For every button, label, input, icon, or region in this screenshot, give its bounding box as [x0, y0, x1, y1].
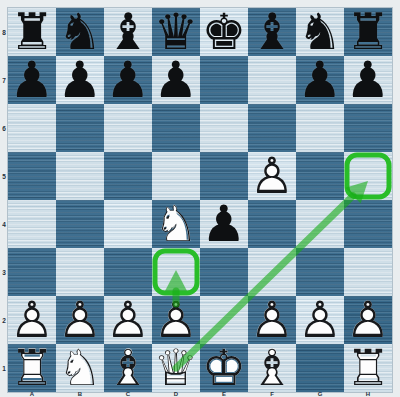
piece-white-pawn-a2[interactable]: ♟♙	[8, 296, 56, 344]
square-b5[interactable]	[56, 152, 104, 200]
piece-glyph: ♚	[200, 8, 248, 56]
rank-label-4: 4	[0, 200, 8, 248]
piece-black-pawn-c7[interactable]: ♟	[104, 56, 152, 104]
chess-board: ♜♞♝♛♚♝♞♜♟♟♟♟♟♟♟♟♙♞♘♟♙♟♙♟♙♟♙♟♙♟♙♟♙♜♖♞♘♝♗♛…	[8, 8, 392, 392]
square-b6[interactable]	[56, 104, 104, 152]
square-c6[interactable]	[104, 104, 152, 152]
square-e2[interactable]	[200, 296, 248, 344]
square-g4[interactable]	[296, 200, 344, 248]
square-e7[interactable]	[200, 56, 248, 104]
piece-white-knight-d4[interactable]: ♞♘	[152, 200, 200, 248]
piece-black-pawn-a7[interactable]: ♟	[8, 56, 56, 104]
square-a3[interactable]	[8, 248, 56, 296]
square-c3[interactable]	[104, 248, 152, 296]
piece-white-pawn-g2[interactable]: ♟♙	[296, 296, 344, 344]
piece-glyph: ♖	[8, 344, 56, 392]
piece-white-fill: ♟	[8, 296, 56, 344]
piece-glyph: ♟	[200, 200, 248, 248]
piece-white-pawn-f5[interactable]: ♟♙	[248, 152, 296, 200]
piece-glyph: ♙	[152, 296, 200, 344]
file-label-d: D	[152, 391, 200, 397]
piece-white-fill: ♟	[104, 296, 152, 344]
file-label-a: A	[8, 391, 56, 397]
piece-glyph: ♙	[104, 296, 152, 344]
square-g1[interactable]	[296, 344, 344, 392]
piece-black-king-e8[interactable]: ♚	[200, 8, 248, 56]
piece-black-rook-h8[interactable]: ♜	[344, 8, 392, 56]
piece-glyph: ♝	[248, 8, 296, 56]
square-e3[interactable]	[200, 248, 248, 296]
piece-glyph: ♙	[248, 296, 296, 344]
piece-black-knight-g8[interactable]: ♞	[296, 8, 344, 56]
square-b3[interactable]	[56, 248, 104, 296]
piece-white-pawn-f2[interactable]: ♟♙	[248, 296, 296, 344]
piece-white-fill: ♟	[344, 296, 392, 344]
piece-white-fill: ♝	[248, 344, 296, 392]
piece-white-fill: ♟	[152, 296, 200, 344]
square-b4[interactable]	[56, 200, 104, 248]
piece-glyph: ♝	[104, 8, 152, 56]
square-c5[interactable]	[104, 152, 152, 200]
piece-white-bishop-f1[interactable]: ♝♗	[248, 344, 296, 392]
piece-white-fill: ♚	[200, 344, 248, 392]
piece-white-fill: ♟	[248, 152, 296, 200]
piece-white-fill: ♛	[152, 344, 200, 392]
square-a5[interactable]	[8, 152, 56, 200]
piece-glyph: ♛	[152, 8, 200, 56]
piece-glyph: ♘	[152, 200, 200, 248]
piece-white-fill: ♟	[296, 296, 344, 344]
piece-glyph: ♙	[56, 296, 104, 344]
square-h5[interactable]	[344, 152, 392, 200]
piece-white-king-e1[interactable]: ♚♔	[200, 344, 248, 392]
piece-black-pawn-b7[interactable]: ♟	[56, 56, 104, 104]
piece-black-pawn-d7[interactable]: ♟	[152, 56, 200, 104]
piece-black-pawn-g7[interactable]: ♟	[296, 56, 344, 104]
chess-board-screenshot: ♜♞♝♛♚♝♞♜♟♟♟♟♟♟♟♟♙♞♘♟♙♟♙♟♙♟♙♟♙♟♙♟♙♜♖♞♘♝♗♛…	[0, 0, 400, 397]
rank-label-3: 3	[0, 248, 8, 296]
square-e6[interactable]	[200, 104, 248, 152]
file-label-b: B	[56, 391, 104, 397]
piece-glyph: ♟	[8, 56, 56, 104]
square-f6[interactable]	[248, 104, 296, 152]
piece-white-fill: ♜	[344, 344, 392, 392]
piece-black-rook-a8[interactable]: ♜	[8, 8, 56, 56]
square-d5[interactable]	[152, 152, 200, 200]
piece-white-pawn-b2[interactable]: ♟♙	[56, 296, 104, 344]
piece-glyph: ♙	[8, 296, 56, 344]
piece-glyph: ♘	[56, 344, 104, 392]
square-g3[interactable]	[296, 248, 344, 296]
piece-glyph: ♕	[152, 344, 200, 392]
square-d3[interactable]	[152, 248, 200, 296]
piece-white-fill: ♝	[104, 344, 152, 392]
rank-label-8: 8	[0, 8, 8, 56]
piece-white-fill: ♞	[152, 200, 200, 248]
square-g6[interactable]	[296, 104, 344, 152]
piece-glyph: ♙	[296, 296, 344, 344]
piece-glyph: ♔	[200, 344, 248, 392]
rank-label-7: 7	[0, 56, 8, 104]
file-label-e: E	[200, 391, 248, 397]
piece-glyph: ♙	[248, 152, 296, 200]
piece-white-knight-b1[interactable]: ♞♘	[56, 344, 104, 392]
piece-white-fill: ♟	[248, 296, 296, 344]
piece-glyph: ♟	[296, 56, 344, 104]
square-f3[interactable]	[248, 248, 296, 296]
piece-white-bishop-c1[interactable]: ♝♗	[104, 344, 152, 392]
square-d6[interactable]	[152, 104, 200, 152]
piece-glyph: ♞	[56, 8, 104, 56]
piece-black-pawn-e4[interactable]: ♟	[200, 200, 248, 248]
square-e5[interactable]	[200, 152, 248, 200]
rank-label-5: 5	[0, 152, 8, 200]
rank-label-6: 6	[0, 104, 8, 152]
piece-black-knight-b8[interactable]: ♞	[56, 8, 104, 56]
square-f4[interactable]	[248, 200, 296, 248]
piece-white-rook-a1[interactable]: ♜♖	[8, 344, 56, 392]
piece-black-bishop-c8[interactable]: ♝	[104, 8, 152, 56]
piece-black-pawn-h7[interactable]: ♟	[344, 56, 392, 104]
piece-white-queen-d1[interactable]: ♛♕	[152, 344, 200, 392]
piece-glyph: ♜	[8, 8, 56, 56]
file-label-h: H	[344, 391, 392, 397]
piece-glyph: ♗	[248, 344, 296, 392]
piece-white-fill: ♜	[8, 344, 56, 392]
piece-glyph: ♖	[344, 344, 392, 392]
piece-glyph: ♟	[344, 56, 392, 104]
piece-white-pawn-h2[interactable]: ♟♙	[344, 296, 392, 344]
square-f7[interactable]	[248, 56, 296, 104]
square-h6[interactable]	[344, 104, 392, 152]
piece-glyph: ♟	[104, 56, 152, 104]
piece-glyph: ♟	[56, 56, 104, 104]
rank-label-2: 2	[0, 296, 8, 344]
square-c4[interactable]	[104, 200, 152, 248]
piece-black-queen-d8[interactable]: ♛	[152, 8, 200, 56]
piece-glyph: ♞	[296, 8, 344, 56]
piece-white-fill: ♞	[56, 344, 104, 392]
square-h4[interactable]	[344, 200, 392, 248]
piece-glyph: ♗	[104, 344, 152, 392]
file-label-c: C	[104, 391, 152, 397]
piece-black-bishop-f8[interactable]: ♝	[248, 8, 296, 56]
piece-glyph: ♙	[344, 296, 392, 344]
square-g5[interactable]	[296, 152, 344, 200]
file-label-f: F	[248, 391, 296, 397]
piece-glyph: ♟	[152, 56, 200, 104]
square-a4[interactable]	[8, 200, 56, 248]
piece-white-pawn-c2[interactable]: ♟♙	[104, 296, 152, 344]
rank-label-1: 1	[0, 344, 8, 392]
piece-white-fill: ♟	[56, 296, 104, 344]
piece-white-rook-h1[interactable]: ♜♖	[344, 344, 392, 392]
piece-glyph: ♜	[344, 8, 392, 56]
square-a6[interactable]	[8, 104, 56, 152]
square-h3[interactable]	[344, 248, 392, 296]
file-label-g: G	[296, 391, 344, 397]
piece-white-pawn-d2[interactable]: ♟♙	[152, 296, 200, 344]
